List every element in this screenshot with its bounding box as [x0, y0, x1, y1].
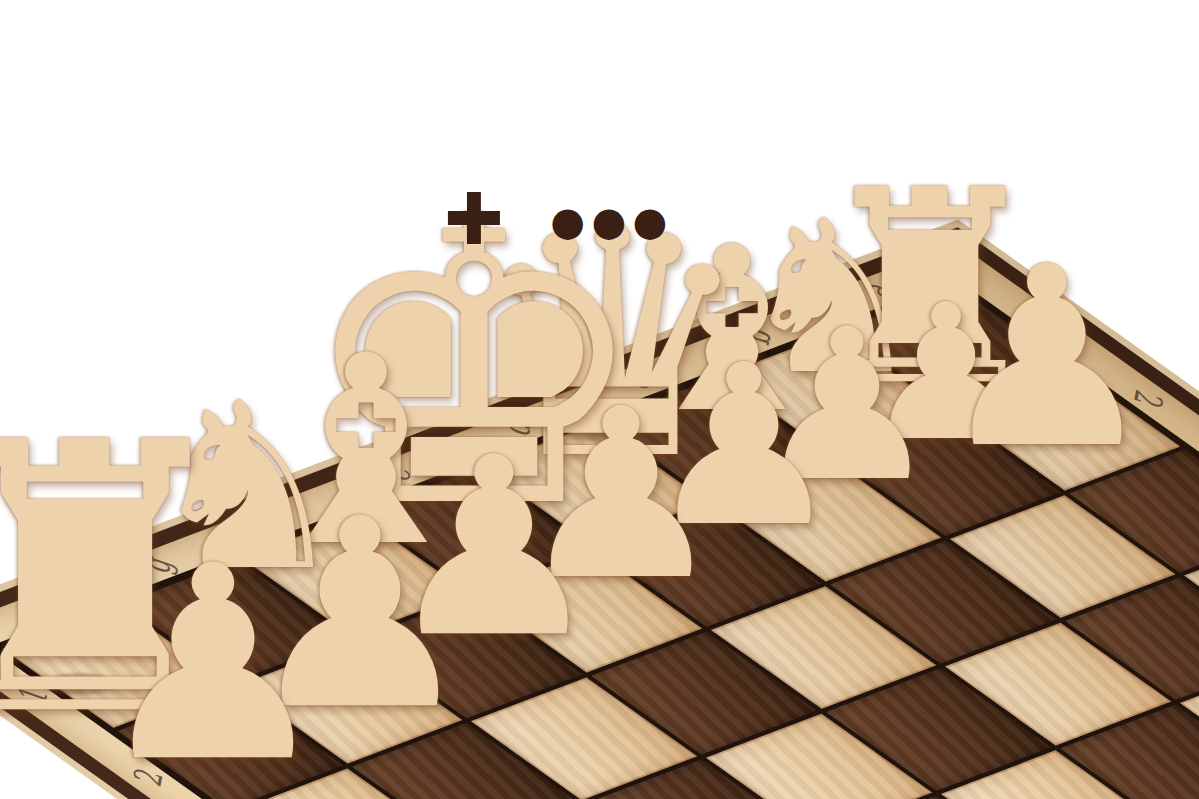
pieces-layer: ♜♞♝♚✚♛●●●♝♞♜♟♟♟♟♟♟♟♟	[0, 0, 1199, 799]
piece-white-pawn-a2[interactable]: ♟	[935, 234, 1158, 483]
king-cross-accent: ✚	[444, 184, 504, 255]
chess-set-photo: hhggffeeddccbbaa1122334455667788 ♜♞♝♚✚♛●…	[0, 0, 1199, 799]
piece-white-pawn-h2[interactable]: ♟	[93, 530, 333, 798]
